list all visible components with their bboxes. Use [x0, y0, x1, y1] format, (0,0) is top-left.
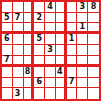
cell-r9c2[interactable]: 3	[13, 88, 24, 99]
cell-r3c6[interactable]	[56, 23, 67, 34]
cell-r4c2[interactable]	[13, 34, 24, 45]
cell-r8c8[interactable]	[77, 78, 88, 89]
cell-r3c9[interactable]	[88, 23, 99, 34]
cell-r4c7[interactable]: 1	[67, 34, 78, 45]
cell-r4c6[interactable]	[56, 34, 67, 45]
cell-r7c8[interactable]	[77, 67, 88, 78]
cell-r8c2[interactable]	[13, 78, 24, 89]
cell-r8c7[interactable]: 7	[67, 78, 78, 89]
sudoku-board: 43857216513784673	[0, 0, 101, 101]
cell-r8c4[interactable]: 6	[34, 78, 45, 89]
given-digit: 7	[69, 78, 75, 86]
given-digit: 1	[69, 35, 75, 43]
cell-r7c5[interactable]	[45, 67, 56, 78]
given-digit: 3	[80, 3, 86, 11]
cell-r4c4[interactable]: 5	[34, 34, 45, 45]
cell-r8c6[interactable]	[56, 78, 67, 89]
cell-r7c1[interactable]	[2, 67, 13, 78]
cell-r6c8[interactable]	[77, 56, 88, 67]
cell-r9c4[interactable]	[34, 88, 45, 99]
cell-r2c2[interactable]: 7	[13, 13, 24, 24]
cell-r9c7[interactable]	[67, 88, 78, 99]
cell-r1c3[interactable]	[24, 2, 35, 13]
cell-r7c3[interactable]: 8	[24, 67, 35, 78]
given-digit: 8	[25, 68, 31, 76]
cell-r6c7[interactable]	[67, 56, 78, 67]
cell-r5c9[interactable]	[88, 45, 99, 56]
cell-r9c6[interactable]	[56, 88, 67, 99]
cell-r6c5[interactable]	[45, 56, 56, 67]
cell-r4c5[interactable]	[45, 34, 56, 45]
cell-r8c5[interactable]	[45, 78, 56, 89]
cell-r5c3[interactable]	[24, 45, 35, 56]
cell-r2c7[interactable]	[67, 13, 78, 24]
cell-r1c6[interactable]	[56, 2, 67, 13]
cell-r3c1[interactable]	[2, 23, 13, 34]
cell-r2c3[interactable]	[24, 13, 35, 24]
cell-r9c9[interactable]	[88, 88, 99, 99]
given-digit: 7	[15, 14, 21, 22]
cell-r3c5[interactable]	[45, 23, 56, 34]
cell-r8c9[interactable]	[88, 78, 99, 89]
cell-r3c8[interactable]: 1	[77, 23, 88, 34]
given-digit: 2	[36, 14, 42, 22]
cell-r6c3[interactable]	[24, 56, 35, 67]
cell-r3c3[interactable]	[24, 23, 35, 34]
given-digit: 1	[80, 23, 86, 31]
given-digit: 4	[57, 68, 63, 76]
cell-r1c4[interactable]	[34, 2, 45, 13]
cell-r4c1[interactable]: 6	[2, 34, 13, 45]
cell-r4c8[interactable]	[77, 34, 88, 45]
cell-r2c9[interactable]	[88, 13, 99, 24]
cell-r3c4[interactable]	[34, 23, 45, 34]
given-digit: 6	[4, 35, 10, 43]
cell-r9c1[interactable]	[2, 88, 13, 99]
cell-r5c4[interactable]	[34, 45, 45, 56]
given-digit: 7	[4, 56, 10, 64]
cell-r1c2[interactable]	[13, 2, 24, 13]
cell-r5c8[interactable]	[77, 45, 88, 56]
cell-r2c6[interactable]	[56, 13, 67, 24]
cell-r5c5[interactable]: 3	[45, 45, 56, 56]
cell-r8c1[interactable]	[2, 78, 13, 89]
cell-r4c3[interactable]	[24, 34, 35, 45]
cell-r5c7[interactable]	[67, 45, 78, 56]
cell-r1c1[interactable]	[2, 2, 13, 13]
cell-r1c5[interactable]: 4	[45, 2, 56, 13]
given-digit: 8	[91, 3, 97, 11]
cell-r3c2[interactable]	[13, 23, 24, 34]
given-digit: 5	[4, 14, 10, 22]
cell-r1c9[interactable]: 8	[88, 2, 99, 13]
cell-r2c4[interactable]: 2	[34, 13, 45, 24]
cell-r6c9[interactable]	[88, 56, 99, 67]
cell-r1c8[interactable]: 3	[77, 2, 88, 13]
cell-r1c7[interactable]	[67, 2, 78, 13]
cell-r8c3[interactable]	[24, 78, 35, 89]
cell-r7c7[interactable]	[67, 67, 78, 78]
cell-r5c6[interactable]	[56, 45, 67, 56]
cell-r9c5[interactable]	[45, 88, 56, 99]
cell-r6c6[interactable]	[56, 56, 67, 67]
cell-r6c1[interactable]: 7	[2, 56, 13, 67]
cell-r6c4[interactable]	[34, 56, 45, 67]
given-digit: 3	[47, 46, 53, 54]
given-digit: 4	[47, 3, 53, 11]
cell-r7c9[interactable]	[88, 67, 99, 78]
cell-r2c5[interactable]	[45, 13, 56, 24]
given-digit: 6	[36, 78, 42, 86]
given-digit: 3	[15, 90, 21, 98]
cell-r9c3[interactable]	[24, 88, 35, 99]
cell-r2c1[interactable]: 5	[2, 13, 13, 24]
cell-r7c4[interactable]	[34, 67, 45, 78]
given-digit: 5	[36, 35, 42, 43]
cell-r3c7[interactable]	[67, 23, 78, 34]
cell-r6c2[interactable]	[13, 56, 24, 67]
cell-r4c9[interactable]	[88, 34, 99, 45]
cell-r5c2[interactable]	[13, 45, 24, 56]
cell-r7c2[interactable]	[13, 67, 24, 78]
cell-r9c8[interactable]	[77, 88, 88, 99]
cell-r7c6[interactable]: 4	[56, 67, 67, 78]
